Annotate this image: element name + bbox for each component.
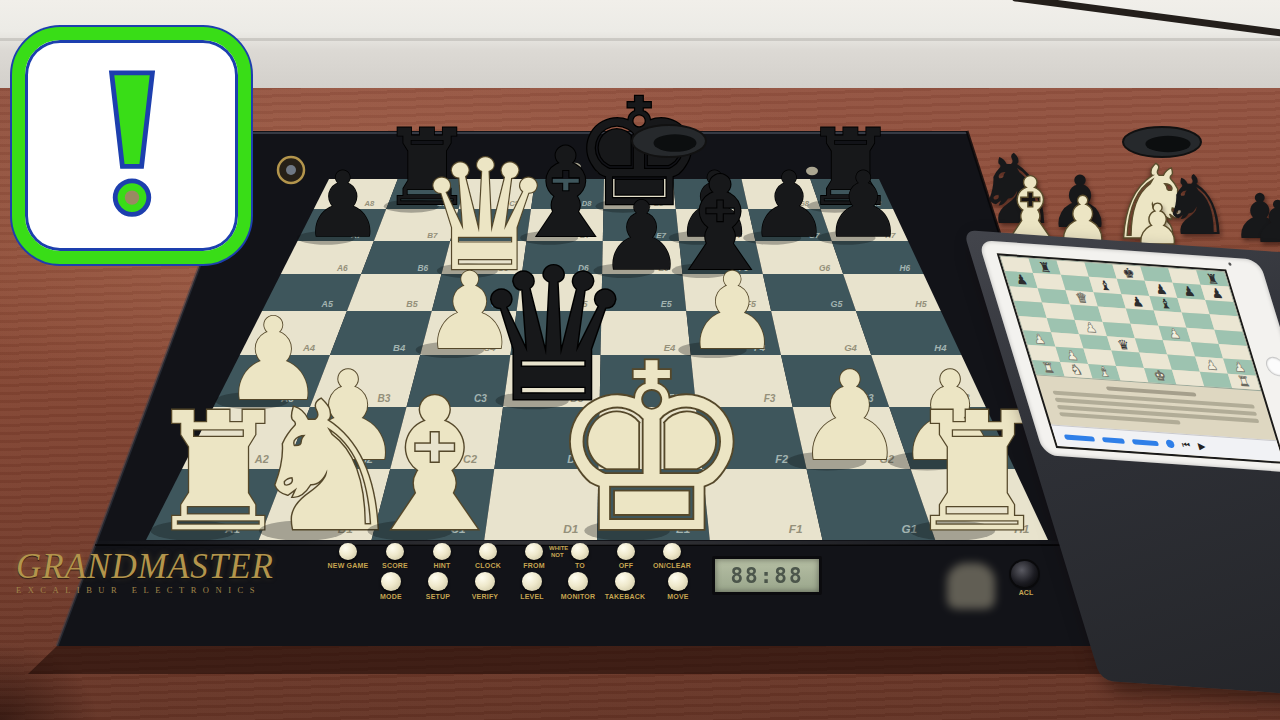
piece-cup-hole	[654, 134, 697, 152]
button-label: MODE	[365, 593, 417, 601]
app-piece-white-r: ♜	[1236, 375, 1252, 389]
app-piece-white-b: ♝	[1096, 365, 1112, 379]
piece-reflection	[947, 563, 995, 609]
button-label: VERIFY	[459, 593, 511, 601]
button-level[interactable]	[522, 572, 542, 591]
lcd-display: 88:88	[712, 556, 822, 595]
toolbar-item[interactable]	[1064, 434, 1095, 441]
square-label: G5	[831, 299, 844, 309]
button-label: MOVE	[652, 593, 704, 601]
toolbar-item[interactable]	[1102, 437, 1126, 444]
button-label: MONITOR	[552, 593, 604, 601]
app-piece-black-p: ♟	[1153, 282, 1169, 296]
app-piece-black-p: ♟	[1014, 273, 1030, 287]
alert-badge	[12, 27, 251, 264]
app-piece-black-b: ♝	[1097, 278, 1113, 292]
square-label: F2	[775, 453, 788, 465]
medallion-center	[286, 165, 296, 175]
scene: A1B1C1D1E1F1G1H1A2B2C2D2E2F2G2H2A3B3C3D3…	[0, 0, 1280, 720]
app-piece-black-p: ♟	[1130, 295, 1146, 309]
square-label: A6	[336, 263, 348, 273]
button-clock[interactable]	[479, 543, 497, 560]
app-piece-white-p: ♟	[1232, 360, 1248, 374]
tablet-screen[interactable]: ♜♚♜♟♝♟♟♟♛♟♝♟♟♟♛♟♟♟♜♞♝♚♜ ⏮ ▶	[997, 253, 1280, 464]
piece-black-p-a7[interactable]: ♟	[303, 152, 384, 257]
square-label: F3	[764, 393, 776, 404]
refresh-icon[interactable]	[1165, 440, 1175, 449]
app-piece-black-q: ♛	[1115, 337, 1131, 351]
button-label: NEW GAME	[322, 562, 374, 570]
button-from[interactable]	[525, 543, 543, 560]
acl-label: ACL	[1014, 589, 1038, 596]
button-verify[interactable]	[475, 572, 495, 591]
square-label: H5	[915, 299, 927, 309]
app-piece-white-p: ♟	[1167, 327, 1183, 341]
button-off[interactable]	[617, 543, 635, 560]
brand: GRANDMASTER EXCALIBUR ELECTRONICS	[16, 549, 326, 595]
square-label: G6	[819, 263, 831, 273]
button-monitor[interactable]	[568, 572, 588, 591]
board-cast-shadow	[28, 646, 1162, 674]
square-label: F1	[789, 522, 803, 536]
button-label: SCORE	[369, 562, 421, 570]
indicator-white: WHITE	[549, 545, 568, 551]
button-label: TO	[554, 562, 606, 570]
app-piece-white-p: ♟	[1204, 358, 1220, 372]
button-new-game[interactable]	[339, 543, 357, 560]
toolbar-item[interactable]	[1131, 439, 1159, 446]
button-mode[interactable]	[381, 572, 401, 591]
button-label: CLOCK	[462, 562, 514, 570]
button-on-clear[interactable]	[663, 543, 681, 560]
app-piece-black-p: ♟	[1209, 286, 1225, 300]
captured-black-knight[interactable]: ♞	[1160, 165, 1234, 247]
brand-subtitle: EXCALIBUR ELECTRONICS	[16, 585, 326, 595]
button-label: SETUP	[412, 593, 464, 601]
button-label: LEVEL	[506, 593, 558, 601]
button-to[interactable]	[571, 543, 589, 560]
home-button[interactable]	[1263, 356, 1280, 377]
acl-button[interactable]	[1011, 561, 1038, 587]
button-label: FROM	[508, 562, 560, 570]
button-move[interactable]	[668, 572, 688, 591]
button-label: HINT	[416, 562, 468, 570]
button-score[interactable]	[386, 543, 404, 560]
captured-black-pawn[interactable]: ♟	[1252, 193, 1280, 251]
brand-name: GRANDMASTER	[16, 549, 326, 584]
skip-back-icon[interactable]: ⏮	[1181, 440, 1192, 450]
app-piece-white-n: ♞	[1069, 363, 1085, 377]
app-piece-black-r: ♜	[1205, 272, 1221, 286]
square-label: H6	[899, 263, 910, 273]
app-piece-black-k: ♚	[1121, 266, 1137, 280]
lcd-value: 88:88	[730, 564, 803, 588]
button-label: TAKEBACK	[599, 593, 651, 601]
app-piece-white-r: ♜	[1041, 361, 1057, 375]
play-icon[interactable]: ▶	[1197, 441, 1207, 451]
piece-black-p-h7[interactable]: ♟	[823, 152, 904, 257]
indicator-not: NOT	[551, 552, 564, 558]
exclamation-icon	[72, 66, 192, 226]
piece-white-b-c1[interactable]: ♝	[353, 359, 517, 572]
app-piece-black-r: ♜	[1037, 260, 1053, 274]
button-label: OFF	[600, 562, 652, 570]
app-piece-black-b: ♝	[1158, 297, 1174, 311]
button-label: ON/CLEAR	[646, 562, 698, 570]
app-piece-white-p: ♟	[1083, 321, 1099, 335]
button-hint[interactable]	[433, 543, 451, 560]
app-piece-white-p: ♟	[1032, 332, 1048, 346]
piece-white-p-g2[interactable]: ♟	[795, 345, 905, 488]
button-takeback[interactable]	[615, 572, 635, 591]
button-setup[interactable]	[428, 572, 448, 591]
app-piece-white-p: ♟	[1064, 348, 1080, 362]
app-piece-black-p: ♟	[1181, 284, 1197, 298]
app-piece-white-k: ♚	[1152, 369, 1168, 383]
app-chessboard[interactable]: ♜♚♜♟♝♟♟♟♛♟♝♟♟♟♛♟♟♟♜♞♝♚♜	[999, 256, 1261, 392]
app-square-h1: ♜	[1228, 373, 1260, 390]
app-piece-white-q: ♛	[1074, 291, 1090, 305]
square-label: E5	[661, 299, 673, 309]
tablet-camera	[1228, 262, 1232, 265]
